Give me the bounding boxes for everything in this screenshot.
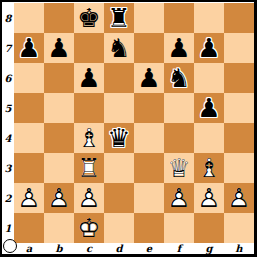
square-h2[interactable]: ♟♙ <box>224 183 254 213</box>
rank-label-7: 7 <box>2 33 14 63</box>
square-h5[interactable] <box>224 93 254 123</box>
rank-label-4: 4 <box>2 123 14 153</box>
square-f4[interactable] <box>164 123 194 153</box>
square-h8[interactable] <box>224 3 254 33</box>
white-pawn[interactable]: ♟♙ <box>14 183 44 213</box>
square-g5[interactable]: ♟ <box>194 93 224 123</box>
square-a4[interactable] <box>14 123 44 153</box>
square-c6[interactable]: ♟ <box>74 63 104 93</box>
glyph-fill: ♟ <box>74 63 104 93</box>
square-d2[interactable] <box>104 183 134 213</box>
square-a5[interactable] <box>14 93 44 123</box>
square-f7[interactable]: ♟ <box>164 33 194 63</box>
square-f6[interactable]: ♞ <box>164 63 194 93</box>
black-pawn[interactable]: ♟ <box>44 33 74 63</box>
white-queen[interactable]: ♛♕ <box>164 153 194 183</box>
glyph-fill: ♟ <box>194 93 224 123</box>
square-e3[interactable] <box>134 153 164 183</box>
black-knight[interactable]: ♞ <box>104 33 134 63</box>
glyph-outline: ♙ <box>194 183 224 213</box>
file-label-d: d <box>104 243 134 254</box>
white-pawn[interactable]: ♟♙ <box>44 183 74 213</box>
square-h6[interactable] <box>224 63 254 93</box>
square-d5[interactable] <box>104 93 134 123</box>
square-e1[interactable] <box>134 213 164 243</box>
glyph-outline: ♙ <box>164 183 194 213</box>
glyph-fill: ♜ <box>104 3 134 33</box>
square-e5[interactable] <box>134 93 164 123</box>
square-a1[interactable] <box>14 213 44 243</box>
square-d7[interactable]: ♞ <box>104 33 134 63</box>
glyph-fill: ♟ <box>44 33 74 63</box>
square-b2[interactable]: ♟♙ <box>44 183 74 213</box>
black-pawn[interactable]: ♟ <box>74 63 104 93</box>
diagram-frame: 87654321 ♚♜♟♟♞♟♟♟♟♞♟♝♗♛♜♖♛♕♝♗♟♙♟♙♟♙♟♙♟♙♟… <box>2 2 254 254</box>
glyph-fill: ♚ <box>74 3 104 33</box>
square-a2[interactable]: ♟♙ <box>14 183 44 213</box>
rank-labels: 87654321 <box>2 3 14 243</box>
glyph-outline: ♙ <box>224 183 254 213</box>
glyph-outline: ♗ <box>74 123 104 153</box>
white-rook[interactable]: ♜♖ <box>74 153 104 183</box>
black-queen[interactable]: ♛ <box>104 123 134 153</box>
square-b4[interactable] <box>44 123 74 153</box>
square-d3[interactable] <box>104 153 134 183</box>
black-pawn[interactable]: ♟ <box>134 63 164 93</box>
glyph-outline: ♗ <box>194 153 224 183</box>
white-pawn[interactable]: ♟♙ <box>194 183 224 213</box>
square-c2[interactable]: ♟♙ <box>74 183 104 213</box>
white-to-move-indicator <box>3 239 17 253</box>
glyph-fill: ♟ <box>194 33 224 63</box>
square-f2[interactable]: ♟♙ <box>164 183 194 213</box>
glyph-fill: ♛ <box>104 123 134 153</box>
square-g4[interactable] <box>194 123 224 153</box>
black-pawn[interactable]: ♟ <box>194 33 224 63</box>
glyph-outline: ♙ <box>44 183 74 213</box>
square-g3[interactable]: ♝♗ <box>194 153 224 183</box>
glyph-outline: ♖ <box>74 153 104 183</box>
black-pawn[interactable]: ♟ <box>164 33 194 63</box>
white-king[interactable]: ♚♔ <box>74 213 104 243</box>
rank-label-8: 8 <box>2 3 14 33</box>
white-pawn[interactable]: ♟♙ <box>74 183 104 213</box>
square-d8[interactable]: ♜ <box>104 3 134 33</box>
glyph-outline: ♙ <box>14 183 44 213</box>
square-c1[interactable]: ♚♔ <box>74 213 104 243</box>
chess-diagram: 87654321 ♚♜♟♟♞♟♟♟♟♞♟♝♗♛♜♖♛♕♝♗♟♙♟♙♟♙♟♙♟♙♟… <box>0 0 257 257</box>
file-label-f: f <box>164 243 194 254</box>
glyph-fill: ♞ <box>104 33 134 63</box>
black-knight[interactable]: ♞ <box>164 63 194 93</box>
square-c7[interactable] <box>74 33 104 63</box>
square-f5[interactable] <box>164 93 194 123</box>
square-c8[interactable]: ♚ <box>74 3 104 33</box>
square-e6[interactable]: ♟ <box>134 63 164 93</box>
square-b6[interactable] <box>44 63 74 93</box>
square-h3[interactable] <box>224 153 254 183</box>
square-h4[interactable] <box>224 123 254 153</box>
file-labels: abcdefgh <box>14 243 254 254</box>
rank-label-6: 6 <box>2 63 14 93</box>
square-a8[interactable] <box>14 3 44 33</box>
square-d4[interactable]: ♛ <box>104 123 134 153</box>
square-a3[interactable] <box>14 153 44 183</box>
square-c5[interactable] <box>74 93 104 123</box>
glyph-outline: ♙ <box>74 183 104 213</box>
square-b1[interactable] <box>44 213 74 243</box>
square-c3[interactable]: ♜♖ <box>74 153 104 183</box>
square-b8[interactable] <box>44 3 74 33</box>
chess-board: ♚♜♟♟♞♟♟♟♟♞♟♝♗♛♜♖♛♕♝♗♟♙♟♙♟♙♟♙♟♙♟♙♚♔ <box>14 3 254 243</box>
glyph-fill: ♟ <box>164 33 194 63</box>
square-d6[interactable] <box>104 63 134 93</box>
white-bishop[interactable]: ♝♗ <box>74 123 104 153</box>
square-f3[interactable]: ♛♕ <box>164 153 194 183</box>
black-king[interactable]: ♚ <box>74 3 104 33</box>
glyph-fill: ♟ <box>134 63 164 93</box>
glyph-fill: ♞ <box>164 63 194 93</box>
white-pawn[interactable]: ♟♙ <box>164 183 194 213</box>
file-label-c: c <box>74 243 104 254</box>
rank-label-2: 2 <box>2 183 14 213</box>
square-b5[interactable] <box>44 93 74 123</box>
square-h7[interactable] <box>224 33 254 63</box>
square-f1[interactable] <box>164 213 194 243</box>
glyph-outline: ♕ <box>164 153 194 183</box>
square-g1[interactable] <box>194 213 224 243</box>
square-g8[interactable] <box>194 3 224 33</box>
file-label-g: g <box>194 243 224 254</box>
square-a6[interactable] <box>14 63 44 93</box>
white-pawn[interactable]: ♟♙ <box>224 183 254 213</box>
rank-label-3: 3 <box>2 153 14 183</box>
black-pawn[interactable]: ♟ <box>14 33 44 63</box>
glyph-outline: ♔ <box>74 213 104 243</box>
square-e4[interactable] <box>134 123 164 153</box>
square-b3[interactable] <box>44 153 74 183</box>
square-c4[interactable]: ♝♗ <box>74 123 104 153</box>
square-a7[interactable]: ♟ <box>14 33 44 63</box>
file-label-b: b <box>44 243 74 254</box>
glyph-fill: ♟ <box>14 33 44 63</box>
square-e2[interactable] <box>134 183 164 213</box>
square-g2[interactable]: ♟♙ <box>194 183 224 213</box>
square-d1[interactable] <box>104 213 134 243</box>
square-g6[interactable] <box>194 63 224 93</box>
black-rook[interactable]: ♜ <box>104 3 134 33</box>
square-g7[interactable]: ♟ <box>194 33 224 63</box>
square-e7[interactable] <box>134 33 164 63</box>
file-label-e: e <box>134 243 164 254</box>
square-e8[interactable] <box>134 3 164 33</box>
square-h1[interactable] <box>224 213 254 243</box>
file-label-a: a <box>14 243 44 254</box>
square-f8[interactable] <box>164 3 194 33</box>
white-bishop[interactable]: ♝♗ <box>194 153 224 183</box>
rank-label-5: 5 <box>2 93 14 123</box>
file-label-h: h <box>224 243 254 254</box>
black-pawn[interactable]: ♟ <box>194 93 224 123</box>
square-b7[interactable]: ♟ <box>44 33 74 63</box>
